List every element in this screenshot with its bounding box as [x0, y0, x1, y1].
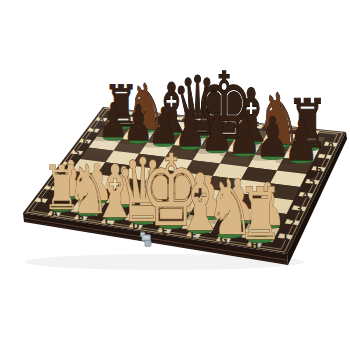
piece-black-pawn-h7[interactable]: ♟: [284, 107, 319, 172]
piece-white-rook-h1[interactable]: ♜: [238, 172, 283, 257]
chess-set-photo: AABBCCDDEEFFGGHH8877665544332211 ♜♞♝♛♚♝♞…: [0, 0, 350, 350]
chess-board-scene: AABBCCDDEEFFGGHH8877665544332211 ♜♞♝♛♚♝♞…: [0, 0, 350, 350]
